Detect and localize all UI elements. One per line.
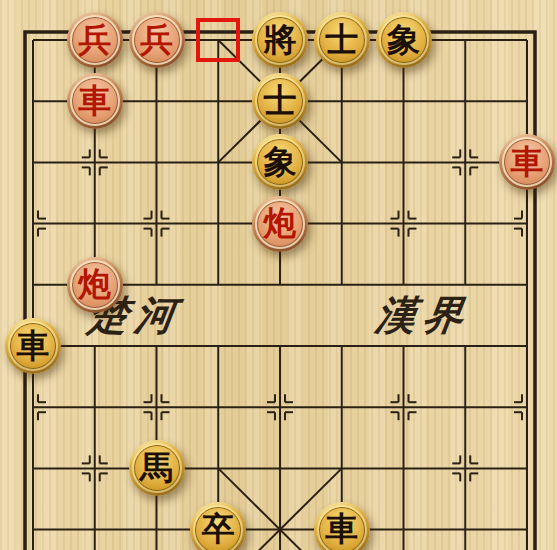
piece-character: 兵 bbox=[78, 24, 111, 57]
piece-character: 卒 bbox=[202, 513, 235, 546]
black-chariot-piece[interactable]: 車 bbox=[314, 502, 370, 550]
river-label-han-jie: 漢界 bbox=[373, 296, 473, 336]
red-chariot-piece[interactable]: 車 bbox=[499, 134, 555, 190]
piece-character: 車 bbox=[17, 330, 50, 363]
black-elephant-piece[interactable]: 象 bbox=[376, 12, 432, 68]
piece-character: 炮 bbox=[264, 207, 297, 240]
piece-character: 象 bbox=[264, 146, 297, 179]
red-cannon-piece[interactable]: 炮 bbox=[67, 257, 123, 313]
black-general-piece[interactable]: 將 bbox=[252, 12, 308, 68]
piece-character: 象 bbox=[387, 24, 420, 57]
last-move-highlight bbox=[196, 18, 240, 62]
piece-character: 士 bbox=[264, 85, 297, 118]
red-cannon-piece[interactable]: 炮 bbox=[252, 196, 308, 252]
red-soldier-piece[interactable]: 兵 bbox=[129, 12, 185, 68]
piece-character: 炮 bbox=[78, 268, 111, 301]
piece-character: 車 bbox=[511, 146, 544, 179]
black-advisor-piece[interactable]: 士 bbox=[314, 12, 370, 68]
black-horse-piece[interactable]: 馬 bbox=[129, 440, 185, 496]
piece-character: 兵 bbox=[140, 24, 173, 57]
black-chariot-piece[interactable]: 車 bbox=[5, 318, 61, 374]
red-chariot-piece[interactable]: 車 bbox=[67, 73, 123, 129]
piece-character: 車 bbox=[78, 85, 111, 118]
piece-character: 馬 bbox=[140, 452, 173, 485]
piece-character: 將 bbox=[264, 24, 297, 57]
piece-character: 士 bbox=[325, 24, 358, 57]
xiangqi-board[interactable]: 楚河 漢界 兵兵將士象車士象車炮炮車馬卒車 bbox=[0, 0, 557, 550]
black-elephant-piece[interactable]: 象 bbox=[252, 134, 308, 190]
black-advisor-piece[interactable]: 士 bbox=[252, 73, 308, 129]
red-soldier-piece[interactable]: 兵 bbox=[67, 12, 123, 68]
piece-character: 車 bbox=[325, 513, 358, 546]
